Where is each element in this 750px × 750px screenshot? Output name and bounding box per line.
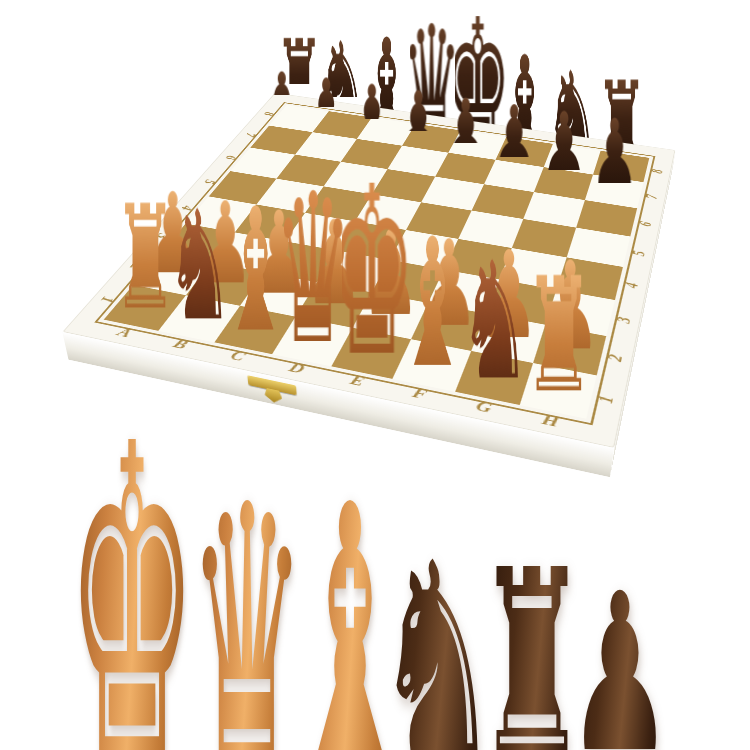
- rank-label-right-6: 6: [636, 217, 658, 231]
- square-g2: [471, 314, 545, 363]
- square-e3: [372, 260, 444, 303]
- square-h2: [533, 325, 606, 376]
- rank-label-left-2: 2: [120, 259, 149, 274]
- square-f2: [411, 303, 486, 351]
- square-c3: [263, 241, 336, 282]
- square-a3: [160, 224, 234, 263]
- square-f3: [428, 270, 499, 314]
- square-d3: [317, 251, 390, 293]
- square-a1: [104, 285, 186, 331]
- chess-set-photo: ABCDEFGH1122334455667788 ♜♞♝♛♚♝♞♜♟♟♟♟♟♟♟…: [0, 0, 750, 750]
- square-c1: [214, 306, 295, 354]
- square-e2: [353, 292, 429, 339]
- rank-label-left-3: 3: [148, 229, 176, 243]
- rank-label-right-3: 3: [612, 312, 638, 330]
- rank-label-right-2: 2: [603, 349, 630, 368]
- square-g3: [486, 279, 557, 324]
- rank-label-right-7: 7: [642, 191, 663, 204]
- square-b2: [186, 263, 264, 306]
- square-b3: [211, 232, 285, 272]
- square-a2: [133, 253, 211, 295]
- square-g4: [499, 248, 566, 290]
- square-h1: [520, 363, 597, 419]
- square-e1: [331, 328, 411, 379]
- folding-chess-board: ABCDEFGH1122334455667788 ♜♞♝♛♚♝♞♜♟♟♟♟♟♟♟…: [62, 93, 675, 448]
- square-e4: [390, 230, 459, 270]
- square-f4: [444, 239, 512, 280]
- square-d2: [296, 282, 372, 328]
- square-b1: [158, 295, 240, 342]
- square-h4: [556, 257, 623, 300]
- board-face: ABCDEFGH1122334455667788: [62, 93, 675, 448]
- square-h3: [545, 290, 615, 336]
- rank-label-right-8: 8: [648, 166, 669, 178]
- rank-label-right-5: 5: [628, 246, 651, 261]
- square-d1: [272, 317, 352, 367]
- board-scene: ABCDEFGH1122334455667788 ♜♞♝♛♚♝♞♜♟♟♟♟♟♟♟…: [0, 0, 750, 750]
- square-f1: [392, 339, 471, 392]
- square-g1: [455, 351, 533, 405]
- rank-label-right-4: 4: [621, 278, 645, 294]
- square-c2: [240, 272, 317, 316]
- square-h5: [567, 228, 631, 267]
- rank-label-right-1: 1: [593, 389, 621, 410]
- rank-label-left-1: 1: [91, 291, 122, 308]
